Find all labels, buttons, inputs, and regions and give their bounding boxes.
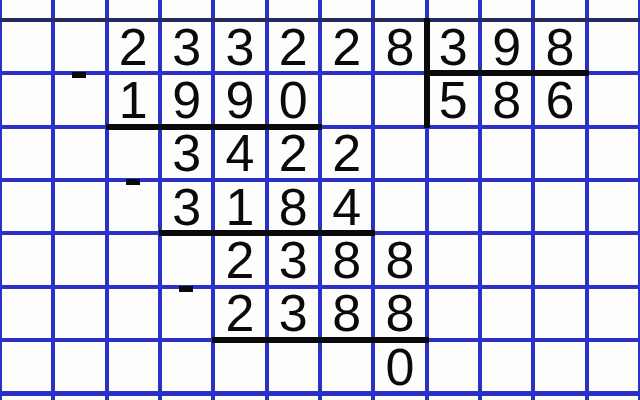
graph-paper-long-division-board: 233228398199058634223184238823880 [0, 0, 640, 400]
digit-cell: 8 [373, 20, 426, 73]
digit-cell: 2 [107, 20, 160, 73]
minus-sign [126, 179, 140, 185]
digit-cell: 9 [160, 73, 213, 126]
digit-cell: 1 [107, 73, 160, 126]
digit-cell: 9 [480, 20, 533, 73]
digit-cell: 3 [160, 127, 213, 180]
digit-cell: 3 [427, 20, 480, 73]
digit-cell: 5 [427, 73, 480, 126]
digit-cell: 8 [320, 233, 373, 286]
digit-cell: 9 [213, 73, 266, 126]
digit-cell: 2 [320, 127, 373, 180]
digit-cell: 4 [320, 180, 373, 233]
digit-cell: 8 [320, 287, 373, 340]
digit-cell: 2 [267, 20, 320, 73]
digit-cell: 8 [373, 233, 426, 286]
minus-sign [72, 72, 86, 78]
digit-cell: 8 [533, 20, 586, 73]
digit-cell: 4 [213, 127, 266, 180]
digit-cell: 1 [213, 180, 266, 233]
digit-cell: 8 [267, 180, 320, 233]
digit-cell: 3 [267, 287, 320, 340]
digit-cell: 6 [533, 73, 586, 126]
digit-cell: 2 [267, 127, 320, 180]
digit-cell: 2 [213, 287, 266, 340]
digit-cell: 0 [373, 340, 426, 393]
digit-cell: 3 [160, 180, 213, 233]
grid-hline [0, 391, 640, 396]
digit-cell: 8 [480, 73, 533, 126]
digit-cell: 3 [160, 20, 213, 73]
digit-cell: 2 [320, 20, 373, 73]
digit-cell: 8 [373, 287, 426, 340]
minus-sign [179, 286, 193, 292]
digit-cell: 3 [267, 233, 320, 286]
digit-cell: 2 [213, 233, 266, 286]
digit-cell: 3 [213, 20, 266, 73]
digit-cell: 0 [267, 73, 320, 126]
